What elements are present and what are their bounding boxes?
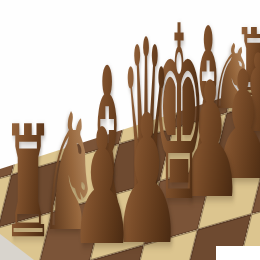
rook-piece[interactable]: ♜ (2, 106, 53, 260)
corner-cutout (216, 246, 260, 260)
chess-set-photo: ♜♞♝♛♚♝♞♜♟♟♟♟♟ (0, 0, 260, 260)
pawn-piece[interactable]: ♟ (70, 108, 135, 260)
